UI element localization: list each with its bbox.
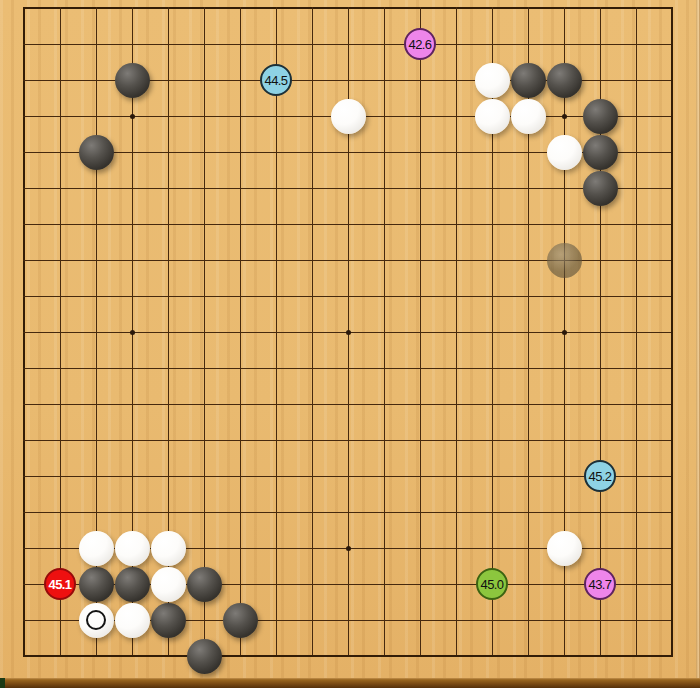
black-stone	[511, 63, 546, 98]
move-suggestion-O3[interactable]: 45.0	[476, 568, 508, 600]
black-stone	[583, 135, 618, 170]
black-stone	[79, 135, 114, 170]
grid-line	[456, 7, 457, 657]
grid-line	[23, 404, 673, 405]
grid-line	[23, 655, 673, 657]
black-stone	[223, 603, 258, 638]
white-stone	[151, 567, 186, 602]
white-stone	[79, 603, 114, 638]
white-stone	[547, 135, 582, 170]
star-point	[562, 330, 567, 335]
black-stone	[187, 567, 222, 602]
grid-line	[384, 7, 385, 657]
black-stone	[151, 603, 186, 638]
white-stone	[475, 99, 510, 134]
white-stone	[547, 531, 582, 566]
white-stone	[331, 99, 366, 134]
board-right-edge	[696, 0, 700, 678]
black-stone	[547, 63, 582, 98]
white-stone	[511, 99, 546, 134]
grid-line	[671, 7, 673, 657]
black-stone	[187, 639, 222, 674]
white-stone	[475, 63, 510, 98]
star-point	[346, 330, 351, 335]
grid-line	[23, 476, 673, 477]
move-suggestion-M18[interactable]: 42.6	[404, 28, 436, 60]
star-point	[130, 330, 135, 335]
grid-line	[420, 7, 421, 657]
star-point	[562, 114, 567, 119]
move-suggestion-R6[interactable]: 45.2	[584, 460, 616, 492]
last-move-marker	[86, 610, 106, 630]
move-suggestion-B3[interactable]: 45.1	[44, 568, 76, 600]
grid-line	[636, 7, 637, 657]
star-point	[346, 546, 351, 551]
black-stone	[583, 171, 618, 206]
star-point	[130, 114, 135, 119]
grid-line	[23, 368, 673, 369]
grid-line	[23, 440, 673, 441]
move-suggestion-H17[interactable]: 44.5	[260, 64, 292, 96]
white-stone	[115, 531, 150, 566]
black-stone	[115, 567, 150, 602]
black-stone	[115, 63, 150, 98]
move-suggestion-R3[interactable]: 43.7	[584, 568, 616, 600]
white-stone	[151, 531, 186, 566]
black-stone	[79, 567, 114, 602]
grid-line	[23, 512, 673, 513]
go-board-app: 42.644.545.245.043.745.1	[0, 0, 700, 688]
board-side-face	[5, 678, 700, 688]
white-stone	[79, 531, 114, 566]
white-stone	[115, 603, 150, 638]
black-stone	[583, 99, 618, 134]
ghost-stone	[547, 243, 582, 278]
